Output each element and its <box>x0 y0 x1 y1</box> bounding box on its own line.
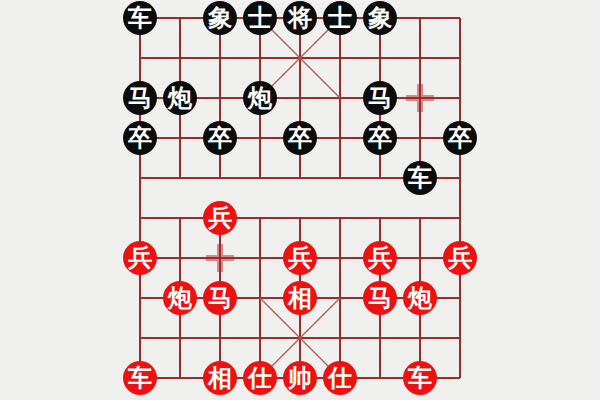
piece-red-elephant[interactable]: 相 <box>203 361 237 395</box>
marker-corner-tr <box>421 84 434 97</box>
marker-corner-bl <box>406 99 419 112</box>
piece-red-horse[interactable]: 马 <box>203 281 237 315</box>
piece-red-advisor[interactable]: 仕 <box>323 361 357 395</box>
piece-black-advisor[interactable]: 士 <box>243 1 277 35</box>
piece-black-general[interactable]: 将 <box>283 1 317 35</box>
piece-red-pawn[interactable]: 兵 <box>363 241 397 275</box>
piece-black-cannon[interactable]: 炮 <box>163 81 197 115</box>
piece-black-pawn[interactable]: 卒 <box>363 121 397 155</box>
piece-red-cannon[interactable]: 炮 <box>163 281 197 315</box>
xiangqi-screenshot: 车象士将士象马炮炮马卒卒卒卒卒车兵兵兵兵兵炮马相马炮车相仕帅仕车 <box>0 0 600 400</box>
piece-red-horse[interactable]: 马 <box>363 281 397 315</box>
piece-red-cannon[interactable]: 炮 <box>403 281 437 315</box>
piece-red-pawn[interactable]: 兵 <box>443 241 477 275</box>
piece-black-horse[interactable]: 马 <box>123 81 157 115</box>
piece-black-chariot[interactable]: 车 <box>123 1 157 35</box>
piece-black-chariot[interactable]: 车 <box>403 161 437 195</box>
piece-red-pawn[interactable]: 兵 <box>283 241 317 275</box>
last-move-marker <box>405 83 435 113</box>
marker-corner-br <box>421 99 434 112</box>
piece-red-chariot[interactable]: 车 <box>123 361 157 395</box>
marker-corner-tl <box>206 244 219 257</box>
piece-black-pawn[interactable]: 卒 <box>123 121 157 155</box>
piece-black-elephant[interactable]: 象 <box>363 1 397 35</box>
piece-red-pawn[interactable]: 兵 <box>203 201 237 235</box>
last-move-marker <box>205 243 235 273</box>
piece-layer: 车象士将士象马炮炮马卒卒卒卒卒车兵兵兵兵兵炮马相马炮车相仕帅仕车 <box>120 0 480 398</box>
piece-black-advisor[interactable]: 士 <box>323 1 357 35</box>
piece-black-cannon[interactable]: 炮 <box>243 81 277 115</box>
piece-red-elephant[interactable]: 相 <box>283 281 317 315</box>
piece-black-elephant[interactable]: 象 <box>203 1 237 35</box>
piece-red-pawn[interactable]: 兵 <box>123 241 157 275</box>
piece-red-advisor[interactable]: 仕 <box>243 361 277 395</box>
marker-corner-br <box>221 259 234 272</box>
piece-red-chariot[interactable]: 车 <box>403 361 437 395</box>
piece-black-horse[interactable]: 马 <box>363 81 397 115</box>
piece-black-pawn[interactable]: 卒 <box>203 121 237 155</box>
piece-red-general[interactable]: 帅 <box>283 361 317 395</box>
piece-black-pawn[interactable]: 卒 <box>283 121 317 155</box>
marker-corner-tl <box>406 84 419 97</box>
marker-corner-bl <box>206 259 219 272</box>
marker-corner-tr <box>221 244 234 257</box>
piece-black-pawn[interactable]: 卒 <box>443 121 477 155</box>
